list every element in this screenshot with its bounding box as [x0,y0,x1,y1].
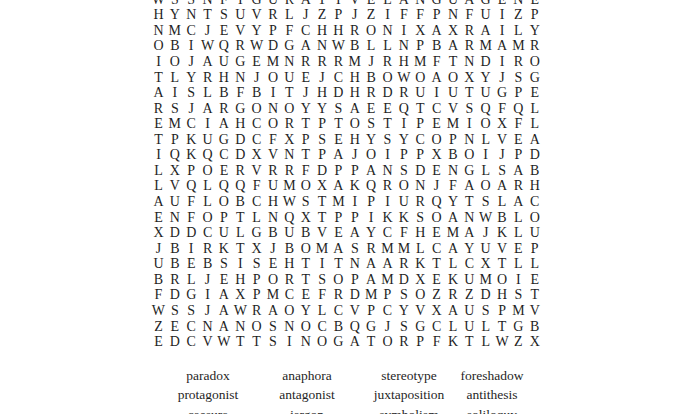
grid-cell-r9c9: R [281,116,297,132]
grid-cell-r3c14: O [363,23,379,39]
grid-cell-r17c19: A [445,241,461,257]
grid-cell-r20c11: F [314,288,330,304]
grid-cell-r18c20: C [461,256,477,272]
grid-cell-r14c20: T [461,194,477,210]
grid-cell-r11c19: B [445,148,461,164]
grid-cell-r12c22: S [494,163,510,179]
grid-cell-r8c8: N [265,101,281,117]
grid-cell-r13c3: Q [183,179,199,195]
grid-cell-r13c18: J [428,179,444,195]
grid-cell-r22c13: Q [347,319,363,335]
grid-cell-r13c2: V [167,179,183,195]
grid-cell-r2c2: Y [167,7,183,23]
grid-cell-r5c14: J [363,54,379,70]
grid-cell-r6c21: Y [477,70,493,86]
grid-cell-r19c5: E [216,272,232,288]
grid-cell-r15c18: O [428,210,444,226]
grid-cell-r12c16: S [396,163,412,179]
grid-cell-r18c15: A [379,256,395,272]
grid-cell-r15c9: Q [281,210,297,226]
grid-cell-r20c13: D [347,288,363,304]
grid-cell-r11c4: Q [199,148,215,164]
grid-cell-r10c4: U [199,132,215,148]
grid-cell-r4c8: D [265,39,281,55]
grid-cell-r2c16: F [396,7,412,23]
grid-cell-r7c22: G [494,85,510,101]
grid-cell-r4c14: L [363,39,379,55]
grid-cell-r19c15: M [379,272,395,288]
grid-cell-r6c5: H [216,70,232,86]
grid-cell-r10c23: E [510,132,526,148]
grid-cell-r23c17: P [412,334,428,350]
grid-cell-r22c18: C [428,319,444,335]
grid-cell-r8c14: E [363,101,379,117]
grid-cell-r23c11: O [314,334,330,350]
grid-cell-r22c20: U [461,319,477,335]
grid-cell-r8c17: T [412,101,428,117]
grid-cell-r6c10: E [298,70,314,86]
grid-cell-r12c9: R [281,163,297,179]
grid-cell-r9c6: H [232,116,248,132]
grid-cell-r21c19: A [445,303,461,319]
grid-cell-r18c6: I [232,256,248,272]
grid-cell-r17c18: C [428,241,444,257]
grid-cell-r6c18: A [428,70,444,86]
grid-cell-r2c10: J [298,7,314,23]
grid-cell-r19c13: P [347,272,363,288]
grid-cell-r11c23: P [510,148,526,164]
grid-cell-r23c2: D [167,334,183,350]
grid-cell-r10c24: A [527,132,543,148]
grid-cell-r14c12: M [330,194,346,210]
grid-cell-r23c22: W [494,334,510,350]
grid-cell-r8c5: R [216,101,232,117]
grid-cell-r8c16: Q [396,101,412,117]
grid-cell-r15c13: P [347,210,363,226]
grid-cell-r12c20: G [461,163,477,179]
grid-cell-r12c24: B [527,163,543,179]
grid-cell-r2c18: P [428,7,444,23]
grid-cell-r22c14: G [363,319,379,335]
grid-cell-r6c15: O [379,70,395,86]
grid-cell-r17c24: P [527,241,543,257]
grid-cell-r11c22: J [494,148,510,164]
grid-cell-r3c16: I [396,23,412,39]
grid-cell-r13c21: O [477,179,493,195]
grid-cell-r23c8: S [265,334,281,350]
grid-cell-r13c22: A [494,179,510,195]
grid-cell-r11c21: I [477,148,493,164]
grid-cell-r8c2: S [167,101,183,117]
grid-cell-r21c5: A [216,303,232,319]
grid-cell-r23c4: V [199,334,215,350]
grid-cell-r18c23: L [510,256,526,272]
grid-cell-r4c5: Q [216,39,232,55]
grid-cell-r3c8: P [265,23,281,39]
grid-cell-r6c23: S [510,70,526,86]
grid-cell-r14c14: P [363,194,379,210]
grid-cell-r3c23: L [510,23,526,39]
grid-cell-r12c10: F [298,163,314,179]
grid-cell-r5c22: I [494,54,510,70]
grid-cell-r9c7: C [248,116,264,132]
grid-cell-r5c9: N [281,54,297,70]
grid-cell-r22c9: N [281,319,297,335]
grid-cell-r9c17: P [412,116,428,132]
grid-cell-r15c4: O [199,210,215,226]
grid-cell-r21c17: V [412,303,428,319]
grid-cell-r20c16: S [396,288,412,304]
grid-cell-r14c13: I [347,194,363,210]
grid-cell-r3c13: R [347,23,363,39]
grid-cell-r15c17: S [412,210,428,226]
grid-cell-r3c9: F [281,23,297,39]
grid-cell-r11c10: T [298,148,314,164]
grid-cell-r14c21: S [477,194,493,210]
grid-cell-r3c1: N [150,23,166,39]
grid-cell-r11c7: X [248,148,264,164]
grid-cell-r19c23: I [510,272,526,288]
grid-cell-r7c3: S [183,85,199,101]
grid-cell-r12c2: X [167,163,183,179]
grid-cell-r2c3: N [183,7,199,23]
grid-cell-r8c11: Y [314,101,330,117]
grid-cell-r20c18: Z [428,288,444,304]
grid-cell-r7c6: F [232,85,248,101]
grid-cell-r13c15: R [379,179,395,195]
grid-cell-r16c15: C [379,225,395,241]
grid-cell-r18c4: B [199,256,215,272]
grid-cell-r16c1: X [150,225,166,241]
grid-cell-r8c21: Q [477,101,493,117]
grid-cell-r19c9: R [281,272,297,288]
grid-cell-r10c6: D [232,132,248,148]
grid-cell-r11c14: O [363,148,379,164]
grid-cell-r17c3: I [183,241,199,257]
grid-cell-r6c14: B [363,70,379,86]
grid-cell-r10c1: T [150,132,166,148]
grid-cell-r21c9: O [281,303,297,319]
grid-cell-r13c8: U [265,179,281,195]
grid-cell-r13c9: M [281,179,297,195]
grid-cell-r16c14: Y [363,225,379,241]
grid-cell-r18c16: R [396,256,412,272]
grid-cell-r11c5: C [216,148,232,164]
grid-cell-r15c24: O [527,210,543,226]
grid-cell-r3c17: X [412,23,428,39]
grid-cell-r2c13: J [347,7,363,23]
grid-cell-r11c17: P [412,148,428,164]
grid-cell-r16c4: C [199,225,215,241]
grid-cell-r4c1: O [150,39,166,55]
grid-cell-r7c21: U [477,85,493,101]
grid-cell-r23c10: N [298,334,314,350]
grid-cell-r2c9: L [281,7,297,23]
grid-cell-r11c15: I [379,148,395,164]
grid-cell-r5c11: R [314,54,330,70]
grid-cell-r14c3: F [183,194,199,210]
grid-cell-r22c19: L [445,319,461,335]
grid-cell-r8c9: O [281,101,297,117]
grid-cell-r20c5: A [216,288,232,304]
grid-cell-r15c1: E [150,210,166,226]
grid-cell-r19c19: K [445,272,461,288]
grid-cell-r22c12: B [330,319,346,335]
grid-cell-r21c10: Y [298,303,314,319]
grid-cell-r11c24: D [527,148,543,164]
grid-cell-r6c9: U [281,70,297,86]
grid-cell-r11c20: O [461,148,477,164]
grid-cell-r2c23: Z [510,7,526,23]
word-bank-item-foreshadow: foreshadow [461,369,524,383]
grid-cell-r9c1: E [150,116,166,132]
grid-cell-r4c6: R [232,39,248,55]
grid-cell-r18c21: X [477,256,493,272]
grid-cell-r20c20: Z [461,288,477,304]
grid-cell-r2c6: U [232,7,248,23]
grid-cell-r11c3: K [183,148,199,164]
grid-cell-r10c12: E [330,132,346,148]
grid-cell-r6c1: T [150,70,166,86]
grid-cell-r20c4: I [199,288,215,304]
grid-cell-r9c10: T [298,116,314,132]
grid-cell-r16c6: L [232,225,248,241]
grid-cell-r12c7: V [248,163,264,179]
grid-cell-r3c22: I [494,23,510,39]
grid-cell-r10c2: P [167,132,183,148]
grid-cell-r12c17: D [412,163,428,179]
grid-cell-r21c6: W [232,303,248,319]
grid-cell-r3c5: E [216,23,232,39]
grid-cell-r20c7: P [248,288,264,304]
grid-cell-r20c21: D [477,288,493,304]
grid-cell-r12c5: E [216,163,232,179]
grid-cell-r7c5: B [216,85,232,101]
grid-cell-r16c16: F [396,225,412,241]
grid-cell-r13c1: L [150,179,166,195]
grid-cell-r13c16: O [396,179,412,195]
grid-cell-r12c14: A [363,163,379,179]
grid-cell-r18c24: L [527,256,543,272]
grid-cell-r13c20: A [461,179,477,195]
grid-cell-r18c14: A [363,256,379,272]
grid-cell-r18c1: U [150,256,166,272]
grid-cell-r7c1: A [150,85,166,101]
grid-cell-r20c9: C [281,288,297,304]
grid-cell-r4c7: W [248,39,264,55]
grid-cell-r6c3: Y [183,70,199,86]
grid-cell-r3c7: Y [248,23,264,39]
grid-cell-r10c3: K [183,132,199,148]
grid-cell-r21c2: S [167,303,183,319]
grid-cell-r14c24: C [527,194,543,210]
grid-cell-r21c24: V [527,303,543,319]
grid-cell-r20c10: E [298,288,314,304]
grid-cell-r4c21: M [477,39,493,55]
grid-cell-r19c21: M [477,272,493,288]
grid-cell-r20c12: R [330,288,346,304]
grid-cell-r9c18: E [428,116,444,132]
grid-cell-r21c7: R [248,303,264,319]
grid-cell-r19c1: B [150,272,166,288]
grid-cell-r8c15: E [379,101,395,117]
grid-cell-r15c10: X [298,210,314,226]
grid-cell-r23c23: Z [510,334,526,350]
grid-cell-r10c22: V [494,132,510,148]
grid-cell-r4c18: B [428,39,444,55]
grid-cell-r17c6: T [232,241,248,257]
grid-cell-r21c12: C [330,303,346,319]
grid-cell-r7c19: U [445,85,461,101]
grid-cell-r5c24: O [527,54,543,70]
grid-cell-r13c17: N [412,179,428,195]
grid-cell-r9c16: I [396,116,412,132]
grid-cell-r6c22: J [494,70,510,86]
grid-cell-r9c24: L [527,116,543,132]
grid-cell-r8c3: J [183,101,199,117]
grid-cell-r17c10: O [298,241,314,257]
grid-cell-r11c9: N [281,148,297,164]
grid-cell-r12c21: L [477,163,493,179]
grid-cell-r7c4: L [199,85,215,101]
grid-cell-r20c14: M [363,288,379,304]
word-bank-item-antithesis: antithesis [467,388,518,402]
grid-cell-r15c12: P [330,210,346,226]
grid-cell-r22c10: O [298,319,314,335]
grid-cell-r14c8: H [265,194,281,210]
grid-cell-r21c18: X [428,303,444,319]
grid-cell-r13c4: L [199,179,215,195]
grid-cell-r22c3: C [183,319,199,335]
grid-cell-r8c13: A [347,101,363,117]
grid-cell-r7c18: I [428,85,444,101]
grid-cell-r21c20: U [461,303,477,319]
grid-cell-r20c17: O [412,288,428,304]
grid-cell-r10c20: N [461,132,477,148]
grid-cell-r21c16: Y [396,303,412,319]
grid-cell-r11c2: Q [167,148,183,164]
word-bank-item-antagonist: antagonist [279,388,335,402]
grid-cell-r4c2: B [167,39,183,55]
grid-cell-r8c7: O [248,101,264,117]
grid-cell-r5c6: G [232,54,248,70]
grid-cell-r21c11: L [314,303,330,319]
grid-cell-r13c10: O [298,179,314,195]
grid-cell-r20c6: X [232,288,248,304]
grid-cell-r19c3: L [183,272,199,288]
grid-cell-r6c6: N [232,70,248,86]
grid-cell-r22c23: G [510,319,526,335]
grid-cell-r10c14: Y [363,132,379,148]
grid-cell-r15c23: L [510,210,526,226]
grid-cell-r4c11: N [314,39,330,55]
grid-cell-r16c23: L [510,225,526,241]
grid-cell-r10c8: F [265,132,281,148]
grid-cell-r22c21: L [477,319,493,335]
grid-cell-r8c23: Q [510,101,526,117]
grid-cell-r5c5: U [216,54,232,70]
grid-cell-r7c15: D [379,85,395,101]
grid-cell-r3c21: A [477,23,493,39]
grid-cell-r3c18: A [428,23,444,39]
grid-cell-r13c24: H [527,179,543,195]
grid-cell-r3c20: R [461,23,477,39]
grid-cell-r17c23: E [510,241,526,257]
grid-cell-r5c23: R [510,54,526,70]
grid-cell-r9c13: O [347,116,363,132]
grid-cell-r3c10: C [298,23,314,39]
grid-cell-r3c11: H [314,23,330,39]
grid-cell-r11c12: A [330,148,346,164]
grid-cell-r11c1: I [150,148,166,164]
grid-cell-r2c21: U [477,7,493,23]
grid-cell-r22c2: E [167,319,183,335]
grid-cell-r23c13: A [347,334,363,350]
grid-cell-r11c13: J [347,148,363,164]
grid-cell-r8c12: S [330,101,346,117]
grid-cell-r12c3: P [183,163,199,179]
grid-cell-r14c9: W [281,194,297,210]
grid-cell-r23c14: T [363,334,379,350]
grid-cell-r6c7: J [248,70,264,86]
grid-cell-r10c10: P [298,132,314,148]
grid-cell-r16c22: K [494,225,510,241]
grid-cell-r4c23: M [510,39,526,55]
grid-cell-r7c2: I [167,85,183,101]
grid-cell-r20c22: H [494,288,510,304]
grid-cell-r16c24: U [527,225,543,241]
grid-cell-r2c4: T [199,7,215,23]
grid-cell-r5c8: M [265,54,281,70]
grid-cell-r4c4: W [199,39,215,55]
grid-cell-r15c2: N [167,210,183,226]
grid-cell-r18c9: H [281,256,297,272]
grid-cell-r2c8: R [265,7,281,23]
grid-cell-r19c10: T [298,272,314,288]
grid-cell-r21c13: V [347,303,363,319]
grid-cell-r18c18: T [428,256,444,272]
grid-cell-r12c15: N [379,163,395,179]
grid-cell-r4c9: G [281,39,297,55]
grid-cell-r15c20: N [461,210,477,226]
word-bank-item-soliloquy: soliloquy [467,408,517,414]
grid-cell-r18c17: K [412,256,428,272]
grid-cell-r22c1: Z [150,319,166,335]
grid-cell-r10c5: G [216,132,232,148]
grid-cell-r13c12: A [330,179,346,195]
grid-cell-r4c22: A [494,39,510,55]
grid-cell-r5c10: R [298,54,314,70]
grid-cell-r23c1: E [150,334,166,350]
grid-cell-r5c21: D [477,54,493,70]
grid-cell-r23c20: T [461,334,477,350]
grid-cell-r10c11: S [314,132,330,148]
grid-cell-r8c18: C [428,101,444,117]
grid-cell-r4c20: R [461,39,477,55]
grid-cell-r3c2: M [167,23,183,39]
grid-cell-r7c10: J [298,85,314,101]
grid-cell-r9c20: I [461,116,477,132]
grid-cell-r16c19: M [445,225,461,241]
grid-cell-r5c17: M [412,54,428,70]
grid-cell-r2c22: I [494,7,510,23]
grid-cell-r10c15: S [379,132,395,148]
grid-cell-r7c13: H [347,85,363,101]
grid-cell-r9c8: O [265,116,281,132]
grid-cell-r23c19: K [445,334,461,350]
grid-cell-r5c7: E [248,54,264,70]
grid-cell-r19c2: R [167,272,183,288]
